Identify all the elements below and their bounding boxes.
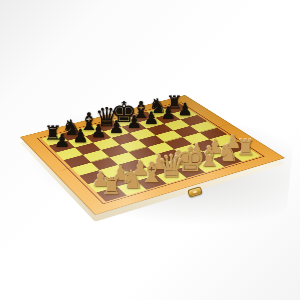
piece-black-pawn-h7[interactable]: ♟ (177, 101, 192, 118)
piece-black-pawn-b7[interactable]: ♟ (72, 127, 88, 145)
piece-white-rook-a1[interactable]: ♜ (101, 175, 122, 199)
piece-black-pawn-e7[interactable]: ♟ (126, 114, 142, 131)
piece-black-pawn-c7[interactable]: ♟ (91, 123, 107, 141)
piece-white-rook-h1[interactable]: ♜ (236, 137, 255, 159)
piece-black-pawn-g7[interactable]: ♟ (161, 105, 176, 122)
piece-black-pawn-f7[interactable]: ♟ (144, 109, 160, 126)
piece-black-pawn-a7[interactable]: ♟ (54, 132, 70, 150)
piece-black-pawn-d7[interactable]: ♟ (109, 118, 125, 136)
chess-set-photo: ♜♞♝♛♚♝♞♜♟♟♟♟♟♟♟♟♟♟♟♟♟♟♟♟♜♞♝♛♚♝♞♜ (0, 0, 300, 300)
piece-white-knight-b1[interactable]: ♞ (120, 167, 143, 193)
